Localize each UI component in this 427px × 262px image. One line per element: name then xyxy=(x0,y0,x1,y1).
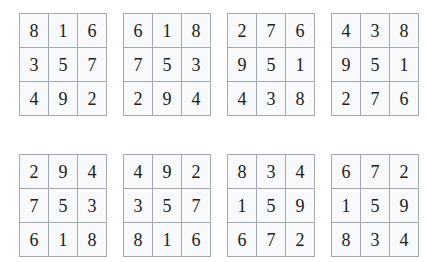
magic-square-2-cell-r3c2: 9 xyxy=(153,82,182,116)
magic-square-2-cell-r2c2: 5 xyxy=(153,48,182,82)
magic-square-1-cell-r2c1: 3 xyxy=(20,48,49,82)
magic-square-6-cell-r2c1: 3 xyxy=(124,189,153,223)
magic-square-4-cell-r3c2: 7 xyxy=(361,82,390,116)
magic-square-1-cell-r1c1: 8 xyxy=(20,14,49,48)
magic-square-6-cell-r1c3: 2 xyxy=(182,155,211,189)
magic-square-7-cell-r1c2: 3 xyxy=(257,155,286,189)
magic-square-5-cell-r3c1: 6 xyxy=(20,223,49,257)
magic-square-3-cell-r2c1: 9 xyxy=(228,48,257,82)
magic-square-8-cell-r1c1: 6 xyxy=(332,155,361,189)
magic-square-5-cell-r1c2: 9 xyxy=(49,155,78,189)
magic-square-8-cell-r2c2: 5 xyxy=(361,189,390,223)
magic-square-4-cell-r2c3: 1 xyxy=(390,48,419,82)
magic-square-3-cell-r1c1: 2 xyxy=(228,14,257,48)
magic-square-8: 672159834 xyxy=(331,154,419,257)
magic-square-7: 834159672 xyxy=(227,154,315,257)
magic-square-5-cell-r1c1: 2 xyxy=(20,155,49,189)
grid-row-top: 816357492618753294276951438438951276 xyxy=(19,13,427,116)
magic-square-4-cell-r3c3: 6 xyxy=(390,82,419,116)
magic-square-4-cell-r2c2: 5 xyxy=(361,48,390,82)
magic-square-2-cell-r1c2: 1 xyxy=(153,14,182,48)
magic-square-6-cell-r1c1: 4 xyxy=(124,155,153,189)
magic-square-1-cell-r3c2: 9 xyxy=(49,82,78,116)
magic-square-7-cell-r3c1: 6 xyxy=(228,223,257,257)
magic-square-7-cell-r2c2: 5 xyxy=(257,189,286,223)
magic-square-3-cell-r2c2: 5 xyxy=(257,48,286,82)
magic-square-5-cell-r2c3: 3 xyxy=(78,189,107,223)
magic-square-7-cell-r1c3: 4 xyxy=(286,155,315,189)
magic-square-2-cell-r2c3: 3 xyxy=(182,48,211,82)
magic-square-2-cell-r3c1: 2 xyxy=(124,82,153,116)
magic-square-1: 816357492 xyxy=(19,13,107,116)
magic-square-8-cell-r3c3: 4 xyxy=(390,223,419,257)
magic-square-4-cell-r1c2: 3 xyxy=(361,14,390,48)
magic-square-5-cell-r3c3: 8 xyxy=(78,223,107,257)
magic-square-5-cell-r2c2: 5 xyxy=(49,189,78,223)
magic-square-2-cell-r2c1: 7 xyxy=(124,48,153,82)
magic-square-4-cell-r1c1: 4 xyxy=(332,14,361,48)
magic-square-7-cell-r1c1: 8 xyxy=(228,155,257,189)
magic-square-2-cell-r1c3: 8 xyxy=(182,14,211,48)
grid-row-bottom: 294753618492357816834159672672159834 xyxy=(19,154,427,257)
magic-square-3-cell-r3c1: 4 xyxy=(228,82,257,116)
magic-squares-page: 816357492618753294276951438438951276 294… xyxy=(0,0,427,257)
magic-square-5-cell-r3c2: 1 xyxy=(49,223,78,257)
magic-square-6-cell-r3c3: 6 xyxy=(182,223,211,257)
magic-square-8-cell-r1c2: 7 xyxy=(361,155,390,189)
magic-square-1-cell-r3c1: 4 xyxy=(20,82,49,116)
magic-square-8-cell-r2c3: 9 xyxy=(390,189,419,223)
magic-square-6-cell-r2c3: 7 xyxy=(182,189,211,223)
magic-square-5-cell-r2c1: 7 xyxy=(20,189,49,223)
magic-square-7-cell-r2c1: 1 xyxy=(228,189,257,223)
magic-square-3-cell-r3c3: 8 xyxy=(286,82,315,116)
magic-square-3-cell-r1c2: 7 xyxy=(257,14,286,48)
magic-square-1-cell-r2c2: 5 xyxy=(49,48,78,82)
magic-square-1-cell-r3c3: 2 xyxy=(78,82,107,116)
magic-square-1-cell-r1c2: 1 xyxy=(49,14,78,48)
magic-square-8-cell-r2c1: 1 xyxy=(332,189,361,223)
magic-square-8-cell-r3c1: 8 xyxy=(332,223,361,257)
magic-square-8-cell-r3c2: 3 xyxy=(361,223,390,257)
magic-square-3: 276951438 xyxy=(227,13,315,116)
magic-square-2-cell-r3c3: 4 xyxy=(182,82,211,116)
magic-square-4-cell-r2c1: 9 xyxy=(332,48,361,82)
magic-square-7-cell-r3c3: 2 xyxy=(286,223,315,257)
magic-square-5-cell-r1c3: 4 xyxy=(78,155,107,189)
magic-square-6-cell-r2c2: 5 xyxy=(153,189,182,223)
magic-square-4: 438951276 xyxy=(331,13,419,116)
magic-square-6-cell-r3c1: 8 xyxy=(124,223,153,257)
magic-square-4-cell-r3c1: 2 xyxy=(332,82,361,116)
magic-square-2: 618753294 xyxy=(123,13,211,116)
magic-square-1-cell-r1c3: 6 xyxy=(78,14,107,48)
magic-square-2-cell-r1c1: 6 xyxy=(124,14,153,48)
magic-square-3-cell-r3c2: 3 xyxy=(257,82,286,116)
magic-square-4-cell-r1c3: 8 xyxy=(390,14,419,48)
magic-square-3-cell-r1c3: 6 xyxy=(286,14,315,48)
magic-square-6-cell-r1c2: 9 xyxy=(153,155,182,189)
magic-square-7-cell-r2c3: 9 xyxy=(286,189,315,223)
magic-square-1-cell-r2c3: 7 xyxy=(78,48,107,82)
magic-square-8-cell-r1c3: 2 xyxy=(390,155,419,189)
magic-square-6: 492357816 xyxy=(123,154,211,257)
magic-square-3-cell-r2c3: 1 xyxy=(286,48,315,82)
magic-square-7-cell-r3c2: 7 xyxy=(257,223,286,257)
magic-square-5: 294753618 xyxy=(19,154,107,257)
magic-square-6-cell-r3c2: 1 xyxy=(153,223,182,257)
